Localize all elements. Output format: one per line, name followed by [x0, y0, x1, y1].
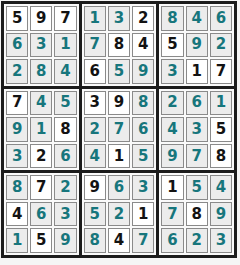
cell-r4c9[interactable]: 1: [210, 91, 232, 116]
cell-r4c8[interactable]: 6: [186, 91, 208, 116]
cell-r3c7[interactable]: 3: [161, 59, 183, 84]
cell-r6c6[interactable]: 5: [132, 144, 154, 169]
cell-r1c2[interactable]: 9: [30, 6, 52, 31]
cell-r2c5[interactable]: 8: [108, 33, 130, 58]
cell-r7c6[interactable]: 3: [132, 175, 154, 200]
cell-r3c3[interactable]: 4: [54, 59, 76, 84]
cell-r4c4[interactable]: 3: [84, 91, 106, 116]
cell-r1c9[interactable]: 6: [210, 6, 232, 31]
cell-r3c5[interactable]: 5: [108, 59, 130, 84]
cell-r9c1[interactable]: 1: [6, 228, 28, 253]
cell-r7c1[interactable]: 8: [6, 175, 28, 200]
cell-r2c1[interactable]: 6: [6, 33, 28, 58]
cell-r2c6[interactable]: 4: [132, 33, 154, 58]
cell-r1c8[interactable]: 4: [186, 6, 208, 31]
cell-r8c9[interactable]: 9: [210, 202, 232, 227]
cell-r6c4[interactable]: 4: [84, 144, 106, 169]
cell-r6c1[interactable]: 3: [6, 144, 28, 169]
cell-r9c2[interactable]: 5: [30, 228, 52, 253]
cell-r4c2[interactable]: 4: [30, 91, 52, 116]
cell-r1c1[interactable]: 5: [6, 6, 28, 31]
cell-r5c9[interactable]: 5: [210, 117, 232, 142]
cell-r2c7[interactable]: 5: [161, 33, 183, 58]
cell-r8c8[interactable]: 8: [186, 202, 208, 227]
cell-r8c2[interactable]: 6: [30, 202, 52, 227]
cell-r6c8[interactable]: 7: [186, 144, 208, 169]
box-5: 398276415: [82, 89, 157, 171]
cell-r9c7[interactable]: 6: [161, 228, 183, 253]
cell-r1c4[interactable]: 1: [84, 6, 106, 31]
cell-r4c1[interactable]: 7: [6, 91, 28, 116]
cell-r3c4[interactable]: 6: [84, 59, 106, 84]
sudoku-board: 5976312841327846598465923177459183263982…: [1, 1, 237, 258]
cell-r5c4[interactable]: 2: [84, 117, 106, 142]
cell-r5c3[interactable]: 8: [54, 117, 76, 142]
box-7: 872463159: [4, 173, 79, 255]
cell-r4c5[interactable]: 9: [108, 91, 130, 116]
cell-r7c3[interactable]: 2: [54, 175, 76, 200]
cell-r7c8[interactable]: 5: [186, 175, 208, 200]
cell-r4c7[interactable]: 2: [161, 91, 183, 116]
cell-r2c3[interactable]: 1: [54, 33, 76, 58]
cell-r3c2[interactable]: 8: [30, 59, 52, 84]
box-6: 261435978: [159, 89, 234, 171]
cell-r1c5[interactable]: 3: [108, 6, 130, 31]
cell-r3c6[interactable]: 9: [132, 59, 154, 84]
cell-r9c3[interactable]: 9: [54, 228, 76, 253]
cell-r3c8[interactable]: 1: [186, 59, 208, 84]
cell-r3c1[interactable]: 2: [6, 59, 28, 84]
cell-r9c5[interactable]: 4: [108, 228, 130, 253]
cell-r6c5[interactable]: 1: [108, 144, 130, 169]
cell-r4c3[interactable]: 5: [54, 91, 76, 116]
cell-r8c1[interactable]: 4: [6, 202, 28, 227]
box-3: 846592317: [159, 4, 234, 86]
cell-r8c5[interactable]: 2: [108, 202, 130, 227]
cell-r9c6[interactable]: 7: [132, 228, 154, 253]
cell-r5c5[interactable]: 7: [108, 117, 130, 142]
cell-r2c2[interactable]: 3: [30, 33, 52, 58]
cell-r9c4[interactable]: 8: [84, 228, 106, 253]
cell-r9c8[interactable]: 2: [186, 228, 208, 253]
cell-r5c1[interactable]: 9: [6, 117, 28, 142]
cell-r8c6[interactable]: 1: [132, 202, 154, 227]
cell-r8c3[interactable]: 3: [54, 202, 76, 227]
cell-r6c7[interactable]: 9: [161, 144, 183, 169]
cell-r5c7[interactable]: 4: [161, 117, 183, 142]
cell-r5c6[interactable]: 6: [132, 117, 154, 142]
cell-r9c9[interactable]: 3: [210, 228, 232, 253]
cell-r7c5[interactable]: 6: [108, 175, 130, 200]
cell-r1c3[interactable]: 7: [54, 6, 76, 31]
cell-r3c9[interactable]: 7: [210, 59, 232, 84]
cell-r6c2[interactable]: 2: [30, 144, 52, 169]
cell-r6c9[interactable]: 8: [210, 144, 232, 169]
box-2: 132784659: [82, 4, 157, 86]
cell-r5c2[interactable]: 1: [30, 117, 52, 142]
cell-r2c4[interactable]: 7: [84, 33, 106, 58]
cell-r2c9[interactable]: 2: [210, 33, 232, 58]
box-8: 963521847: [82, 173, 157, 255]
box-1: 597631284: [4, 4, 79, 86]
cell-r1c7[interactable]: 8: [161, 6, 183, 31]
box-4: 745918326: [4, 89, 79, 171]
cell-r8c7[interactable]: 7: [161, 202, 183, 227]
cell-r2c8[interactable]: 9: [186, 33, 208, 58]
cell-r7c2[interactable]: 7: [30, 175, 52, 200]
cell-r5c8[interactable]: 3: [186, 117, 208, 142]
cell-r7c9[interactable]: 4: [210, 175, 232, 200]
box-9: 154789623: [159, 173, 234, 255]
cell-r7c7[interactable]: 1: [161, 175, 183, 200]
cell-r1c6[interactable]: 2: [132, 6, 154, 31]
cell-r8c4[interactable]: 5: [84, 202, 106, 227]
cell-r7c4[interactable]: 9: [84, 175, 106, 200]
cell-r4c6[interactable]: 8: [132, 91, 154, 116]
cell-r6c3[interactable]: 6: [54, 144, 76, 169]
